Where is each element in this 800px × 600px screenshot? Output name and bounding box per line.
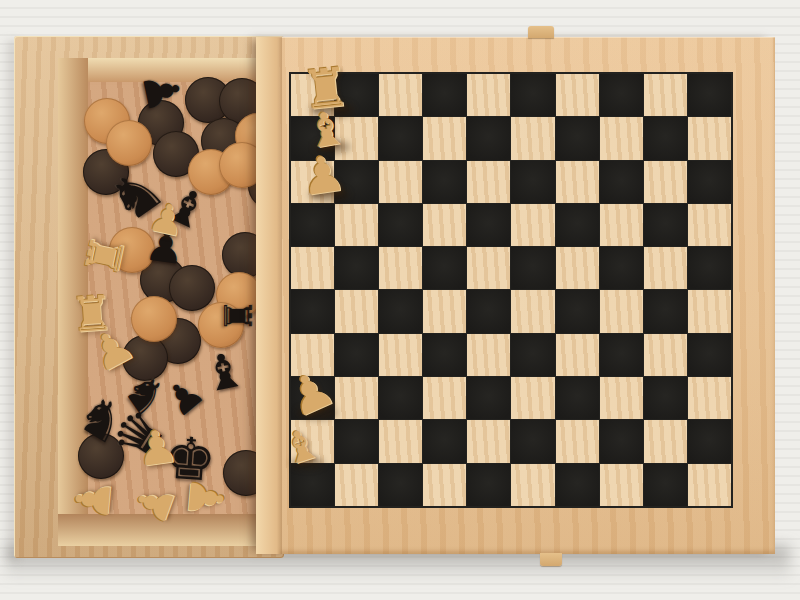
square-r4c5	[511, 247, 554, 289]
square-r6c7	[600, 334, 643, 376]
square-r6c6	[556, 334, 599, 376]
square-r4c8	[644, 247, 687, 289]
square-r3c4	[467, 204, 510, 246]
square-r3c0	[291, 204, 334, 246]
square-r7c8	[644, 377, 687, 419]
square-r3c7	[600, 204, 643, 246]
square-r0c5	[511, 74, 554, 116]
square-r1c2	[379, 117, 422, 159]
square-r1c4	[467, 117, 510, 159]
square-r3c9	[688, 204, 731, 246]
square-r9c4	[467, 464, 510, 506]
checker-disc-light[interactable]	[131, 296, 177, 342]
square-r8c9	[688, 420, 731, 462]
board-white-pawn[interactable]: ♟	[297, 148, 348, 204]
square-r8c4	[467, 420, 510, 462]
square-r4c2	[379, 247, 422, 289]
square-r2c9	[688, 161, 731, 203]
square-r9c7	[600, 464, 643, 506]
square-r6c2	[379, 334, 422, 376]
square-r5c3	[423, 290, 466, 332]
square-r9c9	[688, 464, 731, 506]
square-r8c8	[644, 420, 687, 462]
square-r1c8	[644, 117, 687, 159]
square-r4c4	[467, 247, 510, 289]
tray-light-pawn[interactable]: ♟	[133, 422, 180, 473]
square-r1c9	[688, 117, 731, 159]
square-r2c6	[556, 161, 599, 203]
square-r3c2	[379, 204, 422, 246]
square-r3c5	[511, 204, 554, 246]
square-r0c6	[556, 74, 599, 116]
square-r8c6	[556, 420, 599, 462]
square-r3c6	[556, 204, 599, 246]
square-r1c7	[600, 117, 643, 159]
square-r7c1	[335, 377, 378, 419]
square-r2c7	[600, 161, 643, 203]
square-r6c4	[467, 334, 510, 376]
square-r1c5	[511, 117, 554, 159]
square-r2c4	[467, 161, 510, 203]
photo-scene: ♟♞♝♟♜♝♞♟♞♛♚♜♟♜♟♟♟♟♟ ♜♝♟♟♝	[0, 0, 800, 600]
square-r5c9	[688, 290, 731, 332]
square-r5c5	[511, 290, 554, 332]
square-r0c9	[688, 74, 731, 116]
square-r9c6	[556, 464, 599, 506]
square-r7c7	[600, 377, 643, 419]
square-r4c6	[556, 247, 599, 289]
square-r6c8	[644, 334, 687, 376]
square-r9c1	[335, 464, 378, 506]
square-r6c3	[423, 334, 466, 376]
square-r2c8	[644, 161, 687, 203]
square-r8c7	[600, 420, 643, 462]
square-r0c7	[600, 74, 643, 116]
square-r7c6	[556, 377, 599, 419]
square-r3c8	[644, 204, 687, 246]
square-r0c3	[423, 74, 466, 116]
square-r5c6	[556, 290, 599, 332]
square-r5c8	[644, 290, 687, 332]
square-r4c3	[423, 247, 466, 289]
square-r9c3	[423, 464, 466, 506]
square-r7c5	[511, 377, 554, 419]
square-r7c4	[467, 377, 510, 419]
square-r7c3	[423, 377, 466, 419]
tray-black-rook[interactable]: ♜	[218, 299, 256, 333]
square-r4c0	[291, 247, 334, 289]
tray-light-pawn[interactable]: ♟	[68, 477, 117, 522]
square-r9c2	[379, 464, 422, 506]
square-r2c3	[423, 161, 466, 203]
square-r3c3	[423, 204, 466, 246]
square-r5c0	[291, 290, 334, 332]
square-r1c3	[423, 117, 466, 159]
lid-tab-top[interactable]	[528, 26, 554, 38]
square-r6c1	[335, 334, 378, 376]
square-r0c8	[644, 74, 687, 116]
square-r6c5	[511, 334, 554, 376]
square-r0c2	[379, 74, 422, 116]
square-r6c9	[688, 334, 731, 376]
lid-left-edge	[256, 37, 282, 554]
square-r9c5	[511, 464, 554, 506]
draughts-board-grid	[289, 72, 733, 508]
square-r5c7	[600, 290, 643, 332]
square-r8c5	[511, 420, 554, 462]
square-r5c1	[335, 290, 378, 332]
square-r2c5	[511, 161, 554, 203]
square-r4c9	[688, 247, 731, 289]
square-r7c9	[688, 377, 731, 419]
tray-light-pawn[interactable]: ♟	[181, 475, 230, 520]
square-r8c3	[423, 420, 466, 462]
square-r4c7	[600, 247, 643, 289]
square-r5c2	[379, 290, 422, 332]
square-r1c6	[556, 117, 599, 159]
square-r7c2	[379, 377, 422, 419]
square-r4c1	[335, 247, 378, 289]
square-r8c2	[379, 420, 422, 462]
square-r9c8	[644, 464, 687, 506]
square-r5c4	[467, 290, 510, 332]
square-r0c4	[467, 74, 510, 116]
square-r3c1	[335, 204, 378, 246]
lid-tab-bottom[interactable]	[540, 553, 562, 566]
square-r8c1	[335, 420, 378, 462]
square-r2c2	[379, 161, 422, 203]
